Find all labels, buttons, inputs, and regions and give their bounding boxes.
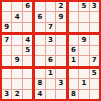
- cell-r9c4[interactable]: 4: [35, 90, 44, 99]
- cell-r4c5[interactable]: 3: [46, 35, 55, 44]
- cell-r1c5[interactable]: [46, 2, 55, 11]
- cell-r9c6[interactable]: [56, 90, 65, 99]
- cell-r8c9[interactable]: [90, 79, 99, 88]
- cell-r7c9[interactable]: 5: [90, 69, 99, 78]
- cell-r2c9[interactable]: [90, 12, 99, 21]
- cell-r9c3[interactable]: [23, 90, 32, 99]
- cell-r8c5[interactable]: [46, 79, 55, 88]
- cell-r2c2[interactable]: 4: [12, 12, 21, 21]
- cell-r8c3[interactable]: [23, 79, 32, 88]
- cell-r4c1[interactable]: 7: [2, 35, 11, 44]
- cell-r1c7[interactable]: [69, 2, 78, 11]
- cell-r8c2[interactable]: [12, 79, 21, 88]
- cell-r9c2[interactable]: 2: [12, 90, 21, 99]
- cell-r3c4[interactable]: [35, 23, 44, 32]
- cell-r9c7[interactable]: 8: [69, 90, 78, 99]
- box-9: 518: [69, 69, 99, 99]
- cell-r3c5[interactable]: 7: [46, 23, 55, 32]
- cell-r2c6[interactable]: 9: [56, 12, 65, 21]
- cell-r6c7[interactable]: 1: [69, 56, 78, 65]
- cell-r5c6[interactable]: [56, 46, 65, 55]
- cell-r1c3[interactable]: 6: [23, 2, 32, 11]
- cell-r7c5[interactable]: 1: [46, 69, 55, 78]
- cell-r3c1[interactable]: 9: [2, 23, 11, 32]
- box-1: 649: [2, 2, 32, 32]
- cell-r2c5[interactable]: [46, 12, 55, 21]
- cell-r6c2[interactable]: 9: [12, 56, 21, 65]
- cell-r3c2[interactable]: [12, 23, 21, 32]
- cell-r7c2[interactable]: [12, 69, 21, 78]
- cell-r6c1[interactable]: [2, 56, 11, 65]
- cell-r3c9[interactable]: [90, 23, 99, 32]
- cell-r5c7[interactable]: 6: [69, 46, 78, 55]
- cell-r9c9[interactable]: [90, 90, 99, 99]
- cell-r2c1[interactable]: [2, 12, 11, 21]
- cell-r1c8[interactable]: 5: [79, 2, 88, 11]
- cell-r7c8[interactable]: [79, 69, 88, 78]
- cell-r9c8[interactable]: [79, 90, 88, 99]
- cell-r5c2[interactable]: [12, 46, 21, 55]
- box-6: 9617: [69, 35, 99, 65]
- cell-r1c4[interactable]: [35, 2, 44, 11]
- cell-r9c5[interactable]: [46, 90, 55, 99]
- cell-r3c8[interactable]: [79, 23, 88, 32]
- box-3: 53: [69, 2, 99, 32]
- cell-r1c2[interactable]: [12, 2, 21, 11]
- cell-r5c3[interactable]: 5: [23, 46, 32, 55]
- cell-r7c4[interactable]: [35, 69, 44, 78]
- cell-r8c6[interactable]: 3: [56, 79, 65, 88]
- box-4: 7459: [2, 35, 32, 65]
- cell-r6c6[interactable]: [56, 56, 65, 65]
- cell-r6c9[interactable]: 7: [90, 56, 99, 65]
- cell-r4c8[interactable]: 9: [79, 35, 88, 44]
- cell-r7c6[interactable]: [56, 69, 65, 78]
- cell-r2c4[interactable]: 6: [35, 12, 44, 21]
- cell-r6c4[interactable]: [35, 56, 44, 65]
- cell-r4c6[interactable]: [56, 35, 65, 44]
- cell-r4c4[interactable]: [35, 35, 44, 44]
- cell-r3c3[interactable]: [23, 23, 32, 32]
- cell-r5c9[interactable]: [90, 46, 99, 55]
- cell-r1c1[interactable]: [2, 2, 11, 11]
- cell-r1c9[interactable]: 3: [90, 2, 99, 11]
- cell-r7c7[interactable]: [69, 69, 78, 78]
- sudoku-board: 6492697537459369617321834518: [0, 0, 101, 101]
- cell-r4c3[interactable]: 4: [23, 35, 32, 44]
- cell-r7c1[interactable]: [2, 69, 11, 78]
- cell-r9c1[interactable]: 3: [2, 90, 11, 99]
- cell-r8c7[interactable]: [69, 79, 78, 88]
- cell-r3c6[interactable]: [56, 23, 65, 32]
- cell-r6c5[interactable]: 6: [46, 56, 55, 65]
- cell-r6c8[interactable]: [79, 56, 88, 65]
- box-8: 1834: [35, 69, 65, 99]
- cell-r7c3[interactable]: [23, 69, 32, 78]
- box-5: 36: [35, 35, 65, 65]
- box-7: 32: [2, 69, 32, 99]
- cell-r5c4[interactable]: [35, 46, 44, 55]
- cell-r4c2[interactable]: [12, 35, 21, 44]
- cell-r2c3[interactable]: [23, 12, 32, 21]
- cell-r8c8[interactable]: 1: [79, 79, 88, 88]
- cell-r6c3[interactable]: [23, 56, 32, 65]
- box-2: 2697: [35, 2, 65, 32]
- cell-r8c4[interactable]: 8: [35, 79, 44, 88]
- cell-r5c1[interactable]: [2, 46, 11, 55]
- cell-r8c1[interactable]: [2, 79, 11, 88]
- cell-r2c7[interactable]: [69, 12, 78, 21]
- cell-r5c8[interactable]: [79, 46, 88, 55]
- cell-r5c5[interactable]: [46, 46, 55, 55]
- cell-r1c6[interactable]: 2: [56, 2, 65, 11]
- cell-r3c7[interactable]: [69, 23, 78, 32]
- cell-r4c7[interactable]: [69, 35, 78, 44]
- cell-r4c9[interactable]: [90, 35, 99, 44]
- cell-r2c8[interactable]: [79, 12, 88, 21]
